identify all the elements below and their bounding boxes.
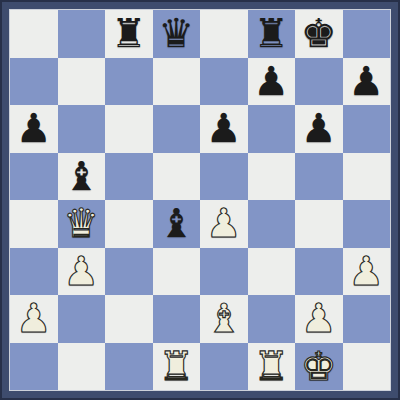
square-b6[interactable] [58,105,106,153]
square-e7[interactable] [200,58,248,106]
square-d2[interactable] [153,295,201,343]
square-g3[interactable] [295,248,343,296]
square-d7[interactable] [153,58,201,106]
square-d8[interactable]: ♛ [153,10,201,58]
square-a5[interactable] [10,153,58,201]
square-e3[interactable] [200,248,248,296]
square-h6[interactable] [343,105,391,153]
piece-white-pawn: ♟ [348,248,384,296]
square-h4[interactable] [343,200,391,248]
piece-white-pawn: ♟ [301,295,337,343]
square-g2[interactable]: ♟ [295,295,343,343]
square-f2[interactable] [248,295,296,343]
piece-black-pawn: ♟ [301,105,337,153]
piece-black-bishop: ♝ [63,153,99,201]
square-f6[interactable] [248,105,296,153]
square-a3[interactable] [10,248,58,296]
piece-black-rook: ♜ [253,10,289,58]
square-a2[interactable]: ♟ [10,295,58,343]
square-f8[interactable]: ♜ [248,10,296,58]
square-b7[interactable] [58,58,106,106]
square-e5[interactable] [200,153,248,201]
piece-black-king: ♚ [301,10,337,58]
piece-white-pawn: ♟ [16,295,52,343]
square-a4[interactable] [10,200,58,248]
piece-black-pawn: ♟ [16,105,52,153]
square-e4[interactable]: ♟ [200,200,248,248]
square-g6[interactable]: ♟ [295,105,343,153]
square-a1[interactable] [10,343,58,391]
square-c2[interactable] [105,295,153,343]
square-g1[interactable]: ♚ [295,343,343,391]
square-e6[interactable]: ♟ [200,105,248,153]
square-c8[interactable]: ♜ [105,10,153,58]
square-f5[interactable] [248,153,296,201]
piece-white-rook: ♜ [253,343,289,391]
square-h7[interactable]: ♟ [343,58,391,106]
square-c4[interactable] [105,200,153,248]
piece-black-pawn: ♟ [206,105,242,153]
piece-white-queen: ♛ [63,200,99,248]
piece-black-rook: ♜ [111,10,147,58]
square-b4[interactable]: ♛ [58,200,106,248]
square-b5[interactable]: ♝ [58,153,106,201]
square-c3[interactable] [105,248,153,296]
chess-board: ♜♛♜♚♟♟♟♟♟♝♛♝♟♟♟♟♝♟♜♜♚ [10,10,390,390]
square-d3[interactable] [153,248,201,296]
square-f1[interactable]: ♜ [248,343,296,391]
square-d5[interactable] [153,153,201,201]
square-h3[interactable]: ♟ [343,248,391,296]
square-c6[interactable] [105,105,153,153]
piece-white-king: ♚ [301,343,337,391]
square-f4[interactable] [248,200,296,248]
square-f7[interactable]: ♟ [248,58,296,106]
square-b2[interactable] [58,295,106,343]
piece-black-pawn: ♟ [253,58,289,106]
chess-board-frame: ♜♛♜♚♟♟♟♟♟♝♛♝♟♟♟♟♝♟♜♜♚ [0,0,400,400]
square-g7[interactable] [295,58,343,106]
square-e1[interactable] [200,343,248,391]
square-h2[interactable] [343,295,391,343]
square-g4[interactable] [295,200,343,248]
square-e2[interactable]: ♝ [200,295,248,343]
piece-white-pawn: ♟ [206,200,242,248]
square-a7[interactable] [10,58,58,106]
square-h1[interactable] [343,343,391,391]
piece-white-rook: ♜ [158,343,194,391]
square-a8[interactable] [10,10,58,58]
square-d4[interactable]: ♝ [153,200,201,248]
piece-black-bishop: ♝ [158,200,194,248]
piece-white-bishop: ♝ [206,295,242,343]
square-g5[interactable] [295,153,343,201]
piece-black-queen: ♛ [158,10,194,58]
square-h5[interactable] [343,153,391,201]
square-d1[interactable]: ♜ [153,343,201,391]
square-d6[interactable] [153,105,201,153]
square-c1[interactable] [105,343,153,391]
square-e8[interactable] [200,10,248,58]
square-b3[interactable]: ♟ [58,248,106,296]
square-b1[interactable] [58,343,106,391]
square-h8[interactable] [343,10,391,58]
square-a6[interactable]: ♟ [10,105,58,153]
piece-white-pawn: ♟ [63,248,99,296]
square-b8[interactable] [58,10,106,58]
square-c5[interactable] [105,153,153,201]
piece-black-pawn: ♟ [348,58,384,106]
square-c7[interactable] [105,58,153,106]
square-g8[interactable]: ♚ [295,10,343,58]
square-f3[interactable] [248,248,296,296]
